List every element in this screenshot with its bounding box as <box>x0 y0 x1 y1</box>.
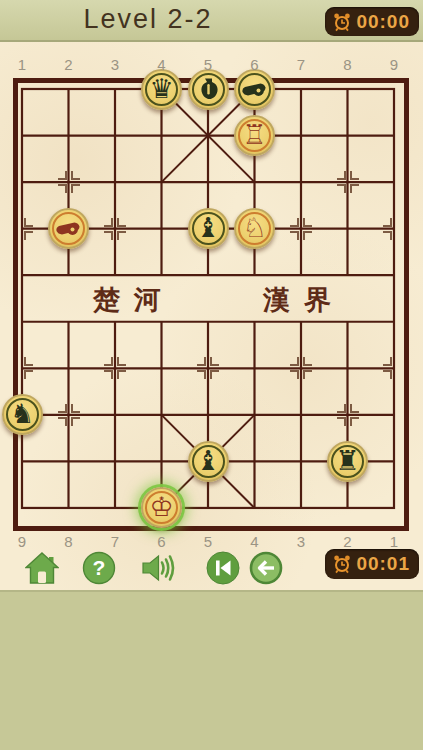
black-advisor-piece[interactable]: ♛ <box>141 69 182 110</box>
black-cannon-piece[interactable] <box>234 69 275 110</box>
question-mark-icon: ? <box>82 551 116 585</box>
red-king-piece[interactable]: ♔ <box>141 487 182 528</box>
xiangqi-board[interactable]: 楚河 漢界 ♛ ♖ ♝♘♞♝♜♔ <box>13 78 409 531</box>
coordinate-label: 8 <box>324 56 371 73</box>
speaker-icon <box>141 553 177 583</box>
svg-text:?: ? <box>93 556 106 579</box>
jar-seal-icon <box>198 77 219 101</box>
home-button[interactable] <box>24 550 60 586</box>
sound-button[interactable] <box>141 550 177 586</box>
pieces-layer: ♛ ♖ ♝♘♞♝♜♔ <box>0 66 417 531</box>
coordinate-label: 5 <box>185 56 232 73</box>
level-timer-badge: 00:00 <box>325 7 419 36</box>
black-chariot-piece[interactable]: ♜ <box>327 441 368 482</box>
rook-tower-icon: ♜ <box>335 447 359 474</box>
back-arrow-icon <box>249 551 283 585</box>
black-king-piece[interactable] <box>188 69 229 110</box>
move-timer-value: 00:01 <box>356 553 410 575</box>
red-cannon-piece[interactable] <box>48 208 89 249</box>
bishop-icon: ♝ <box>196 214 220 241</box>
level-title: Level 2-2 <box>0 4 296 35</box>
header-bar: Level 2-2 00:00 <box>0 0 423 42</box>
red-chariot-piece[interactable]: ♖ <box>234 115 275 156</box>
alarm-clock-icon <box>332 12 352 32</box>
restart-button[interactable] <box>205 550 241 586</box>
undo-button[interactable] <box>248 550 284 586</box>
coordinate-label: 7 <box>278 56 325 73</box>
help-button[interactable]: ? <box>81 550 117 586</box>
black-elephant-piece[interactable]: ♝ <box>188 208 229 249</box>
home-icon <box>25 552 59 585</box>
knight-horse-icon: ♞ <box>10 400 34 427</box>
black-elephant-piece[interactable]: ♝ <box>188 441 229 482</box>
queen-crown-icon: ♛ <box>149 75 173 102</box>
top-coordinates: 123456789 <box>0 56 417 73</box>
level-timer-value: 00:00 <box>356 11 410 33</box>
cannon-icon <box>241 80 268 99</box>
move-timer-badge: 00:01 <box>325 549 419 579</box>
red-horse-piece[interactable]: ♘ <box>234 208 275 249</box>
cannon-icon <box>55 219 82 238</box>
black-horse-piece[interactable]: ♞ <box>2 394 43 435</box>
skip-to-start-icon <box>206 551 240 585</box>
coordinate-label: 1 <box>0 56 45 73</box>
alarm-clock-icon <box>332 554 352 574</box>
footer-area <box>0 590 423 750</box>
rook-tower-icon: ♖ <box>242 121 266 148</box>
coordinate-label: 9 <box>371 56 418 73</box>
bishop-icon: ♝ <box>196 447 220 474</box>
coordinate-label: 4 <box>138 56 185 73</box>
coordinate-label: 3 <box>92 56 139 73</box>
coordinate-label: 2 <box>45 56 92 73</box>
coordinate-label: 6 <box>231 56 278 73</box>
king-crown-icon: ♔ <box>149 493 173 520</box>
app-screen: Level 2-2 00:00 123456789 987654321 楚河 漢… <box>0 0 423 750</box>
knight-horse-icon: ♘ <box>242 214 266 241</box>
